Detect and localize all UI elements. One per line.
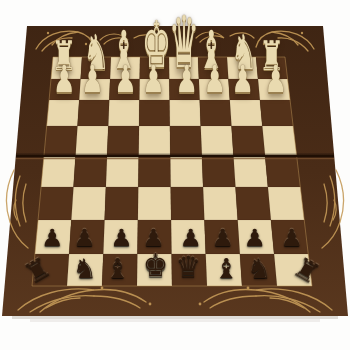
square-d4[interactable]: [170, 126, 202, 155]
square-b4[interactable]: [232, 126, 266, 155]
square-e3[interactable]: [139, 100, 170, 126]
square-e5[interactable]: [138, 155, 170, 187]
square-b5[interactable]: [233, 155, 268, 187]
square-a5[interactable]: [265, 155, 300, 187]
square-f6[interactable]: [105, 187, 139, 220]
photo-background: ♜♞♝♚♛♝♞♜♟♟♟♟♟♟♟♟♟♟♟♟♟♟♟♟♜♞♝♚♛♝♞♜: [0, 0, 350, 350]
square-c3[interactable]: [200, 100, 232, 126]
square-h3[interactable]: [47, 100, 79, 126]
square-d6[interactable]: [171, 187, 205, 220]
square-f5[interactable]: [106, 155, 139, 187]
square-g4[interactable]: [76, 126, 109, 155]
square-b6[interactable]: [236, 187, 271, 220]
square-c5[interactable]: [202, 155, 236, 187]
square-h6[interactable]: [38, 187, 73, 220]
square-e4[interactable]: [139, 126, 171, 155]
square-a4[interactable]: [262, 126, 296, 155]
square-d5[interactable]: [170, 155, 203, 187]
square-a3[interactable]: [260, 100, 293, 126]
square-c4[interactable]: [201, 126, 234, 155]
square-e6[interactable]: [138, 187, 171, 220]
square-g5[interactable]: [74, 155, 108, 187]
square-c6[interactable]: [203, 187, 238, 220]
square-b3[interactable]: [230, 100, 262, 126]
square-a6[interactable]: [268, 187, 304, 220]
piece-white-pawn[interactable]: ♟: [254, 61, 298, 99]
square-g6[interactable]: [71, 187, 106, 220]
piece-black-pawn[interactable]: ♟: [270, 226, 314, 250]
piece-black-knight[interactable]: ♞: [237, 255, 281, 282]
square-d3[interactable]: [170, 100, 201, 126]
square-h5[interactable]: [41, 155, 76, 187]
square-f4[interactable]: [107, 126, 139, 155]
square-g3[interactable]: [78, 100, 110, 126]
board-shadow-soft: [30, 319, 320, 322]
square-f3[interactable]: [108, 100, 139, 126]
square-h4[interactable]: [44, 126, 78, 155]
